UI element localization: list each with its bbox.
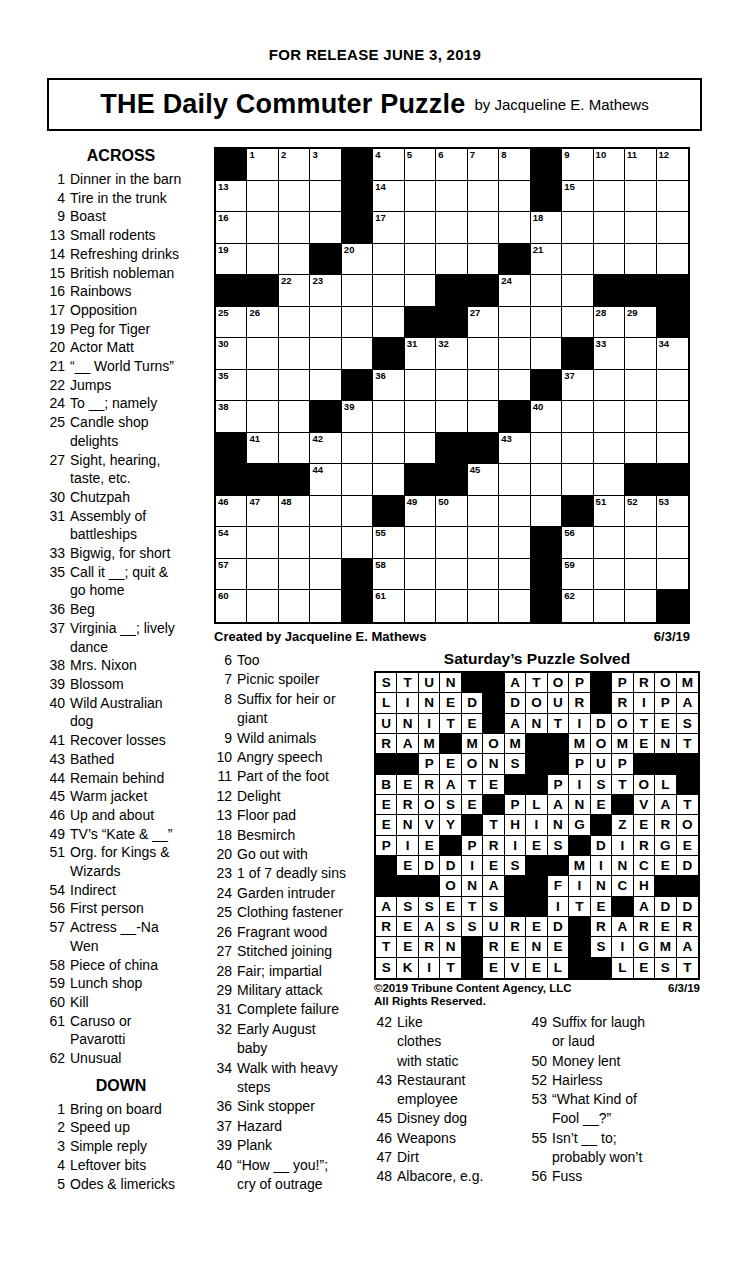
- grid-cell-r15c2[interactable]: [247, 590, 278, 622]
- grid-cell-r8c1[interactable]: 35: [216, 370, 247, 402]
- solved-cell-r10c9: [548, 856, 569, 876]
- clue-50: 50Money lent: [529, 1052, 709, 1071]
- grid-cell-r1c7[interactable]: 5: [405, 149, 436, 181]
- grid-cell-r11c11[interactable]: [531, 464, 562, 496]
- grid-cell-r9c8[interactable]: [436, 401, 467, 433]
- grid-cell-r10c2[interactable]: 41: [247, 433, 278, 465]
- grid-cell-r15c14[interactable]: [625, 590, 656, 622]
- grid-cell-r2c13[interactable]: [594, 181, 625, 213]
- cell-number: 42: [312, 433, 323, 444]
- grid-cell-r4c15[interactable]: [657, 244, 688, 276]
- clue-7: 7Picnic spoiler: [214, 670, 372, 689]
- grid-cell-r12c4[interactable]: [310, 496, 341, 528]
- grid-cell-r6c2[interactable]: 26: [247, 307, 278, 339]
- grid-cell-r1c2[interactable]: 1: [247, 149, 278, 181]
- clue-43: 43Restaurant employee: [374, 1071, 526, 1110]
- grid-cell-r13c13[interactable]: [594, 527, 625, 559]
- grid-cell-r11c4[interactable]: 44: [310, 464, 341, 496]
- grid-cell-r10c15[interactable]: [657, 433, 688, 465]
- grid-cell-r12c7[interactable]: 49: [405, 496, 436, 528]
- grid-cell-r1c9[interactable]: 7: [468, 149, 499, 181]
- clue-9: 9Wild animals: [214, 729, 372, 748]
- cell-number: 44: [312, 464, 323, 475]
- grid-cell-r11c6[interactable]: [373, 464, 404, 496]
- solved-cell-r1c14: O: [655, 673, 676, 693]
- grid-cell-r6c6[interactable]: [373, 307, 404, 339]
- grid-cell-r3c2[interactable]: [247, 212, 278, 244]
- grid-cell-r13c1[interactable]: 54: [216, 527, 247, 559]
- grid-cell-r2c12[interactable]: 15: [562, 181, 593, 213]
- solved-cell-r5c1: [376, 754, 397, 774]
- grid-cell-r10c6[interactable]: [373, 433, 404, 465]
- grid-cell-r15c10[interactable]: [499, 590, 530, 622]
- grid-cell-r5c11[interactable]: [531, 275, 562, 307]
- grid-cell-r5c10[interactable]: 24: [499, 275, 530, 307]
- grid-cell-r7c11[interactable]: [531, 338, 562, 370]
- grid-cell-r15c1[interactable]: 60: [216, 590, 247, 622]
- grid-cell-r13c5[interactable]: [342, 527, 373, 559]
- grid-cell-r9c7[interactable]: [405, 401, 436, 433]
- grid-cell-r12c2[interactable]: 47: [247, 496, 278, 528]
- grid-cell-r11c13[interactable]: [594, 464, 625, 496]
- grid-cell-r14c8[interactable]: [436, 559, 467, 591]
- grid-cell-r4c2[interactable]: [247, 244, 278, 276]
- grid-cell-r15c3[interactable]: [279, 590, 310, 622]
- grid-cell-r10c5[interactable]: [342, 433, 373, 465]
- clue-40: 40“How __ you!”; cry of outrage: [214, 1156, 372, 1195]
- clue-text: Suffix for heir or giant: [237, 690, 336, 729]
- grid-cell-r4c9[interactable]: [468, 244, 499, 276]
- grid-cell-r13c7[interactable]: [405, 527, 436, 559]
- grid-cell-r9c13[interactable]: [594, 401, 625, 433]
- grid-cell-r9c15[interactable]: [657, 401, 688, 433]
- grid-cell-r7c8[interactable]: 32: [436, 338, 467, 370]
- grid-cell-r11c5[interactable]: [342, 464, 373, 496]
- grid-cell-r5c2: [247, 275, 278, 307]
- grid-cell-r7c5[interactable]: [342, 338, 373, 370]
- solved-cell-r6c2: E: [397, 775, 418, 795]
- grid-cell-r14c2[interactable]: [247, 559, 278, 591]
- clue-number: 60: [28, 993, 65, 1012]
- grid-cell-r15c8[interactable]: [436, 590, 467, 622]
- grid-cell-r2c7[interactable]: [405, 181, 436, 213]
- clue-number: 15: [28, 264, 65, 283]
- grid-cell-r5c4[interactable]: 23: [310, 275, 341, 307]
- clue-text: Wild animals: [237, 729, 316, 748]
- grid-cell-r12c11[interactable]: [531, 496, 562, 528]
- solved-cell-r3c12: O: [612, 714, 633, 734]
- grid-cell-r1c12[interactable]: 9: [562, 149, 593, 181]
- grid-cell-r14c9[interactable]: [468, 559, 499, 591]
- clue-text: Jumps: [70, 376, 111, 395]
- grid-cell-r6c9[interactable]: 27: [468, 307, 499, 339]
- cell-number: 62: [564, 590, 575, 601]
- grid-cell-r8c15[interactable]: [657, 370, 688, 402]
- grid-cell-r13c14[interactable]: [625, 527, 656, 559]
- grid-cell-r10c13[interactable]: [594, 433, 625, 465]
- solved-cell-r13c13: R: [634, 917, 655, 937]
- solved-cell-r7c1: E: [376, 795, 397, 815]
- grid-cell-r9c5[interactable]: 39: [342, 401, 373, 433]
- grid-cell-r14c7[interactable]: [405, 559, 436, 591]
- clue-text: TV’s “Kate & __”: [70, 825, 172, 844]
- grid-cell-r10c7[interactable]: [405, 433, 436, 465]
- solved-cell-r15c13: E: [634, 958, 655, 978]
- grid-cell-r9c12[interactable]: [562, 401, 593, 433]
- grid-cell-r12c8[interactable]: 50: [436, 496, 467, 528]
- cell-number: 57: [218, 559, 229, 570]
- grid-cell-r7c7[interactable]: 31: [405, 338, 436, 370]
- grid-cell-r15c6[interactable]: 61: [373, 590, 404, 622]
- clue-number: 17: [28, 301, 65, 320]
- clue-number: 16: [28, 282, 65, 301]
- grid-cell-r10c3[interactable]: [279, 433, 310, 465]
- clue-34: 34Walk with heavy steps: [214, 1059, 372, 1098]
- grid-cell-r11c8: [436, 464, 467, 496]
- clue-22: 22Jumps: [28, 376, 214, 395]
- cell-number: 26: [249, 307, 260, 318]
- grid-cell-r4c7[interactable]: [405, 244, 436, 276]
- grid-cell-r7c9[interactable]: [468, 338, 499, 370]
- grid-cell-r4c6[interactable]: [373, 244, 404, 276]
- grid-cell-r12c9[interactable]: [468, 496, 499, 528]
- grid-cell-r4c14[interactable]: [625, 244, 656, 276]
- grid-cell-r2c1[interactable]: 13: [216, 181, 247, 213]
- clue-17: 17Opposition: [28, 301, 214, 320]
- grid-cell-r3c4[interactable]: [310, 212, 341, 244]
- grid-cell-r6c10[interactable]: [499, 307, 530, 339]
- grid-cell-r1c6[interactable]: 4: [373, 149, 404, 181]
- clue-text: Speed up: [70, 1118, 130, 1137]
- clue-37: 37Virginia __; lively dance: [28, 619, 214, 656]
- clue-33: 33Bigwig, for short: [28, 544, 214, 563]
- grid-cell-r3c1[interactable]: 16: [216, 212, 247, 244]
- grid-cell-r11c10[interactable]: [499, 464, 530, 496]
- grid-cell-r3c6[interactable]: 17: [373, 212, 404, 244]
- grid-cell-r1c15[interactable]: 12: [657, 149, 688, 181]
- grid-cell-r4c11[interactable]: 21: [531, 244, 562, 276]
- grid-cell-r8c14[interactable]: [625, 370, 656, 402]
- solved-cell-r2c6: [483, 693, 504, 713]
- grid-cell-r1c8[interactable]: 6: [436, 149, 467, 181]
- grid-cell-r6c5[interactable]: [342, 307, 373, 339]
- solved-cell-r10c15: D: [677, 856, 698, 876]
- grid-cell-r9c1[interactable]: 38: [216, 401, 247, 433]
- grid-cell-r10c4[interactable]: 42: [310, 433, 341, 465]
- cell-number: 16: [218, 212, 229, 223]
- solved-cell-r5c11: U: [591, 754, 612, 774]
- grid-cell-r14c10[interactable]: [499, 559, 530, 591]
- grid-cell-r6c12[interactable]: [562, 307, 593, 339]
- grid-cell-r8c8[interactable]: [436, 370, 467, 402]
- solved-cell-r1c8: T: [526, 673, 547, 693]
- grid-cell-r3c12[interactable]: [562, 212, 593, 244]
- grid-cell-r2c5: [342, 181, 373, 213]
- grid-cell-r13c15[interactable]: [657, 527, 688, 559]
- solved-cell-r7c3: O: [419, 795, 440, 815]
- clue-text: British nobleman: [70, 264, 174, 283]
- grid-cell-r2c10[interactable]: [499, 181, 530, 213]
- solved-cell-r7c8: L: [526, 795, 547, 815]
- cell-number: 50: [438, 496, 449, 507]
- grid-cell-r8c7[interactable]: [405, 370, 436, 402]
- grid-cell-r10c11[interactable]: [531, 433, 562, 465]
- grid-cell-r2c9[interactable]: [468, 181, 499, 213]
- clue-48: 48Albacore, e.g.: [374, 1167, 526, 1186]
- grid-cell-r8c4[interactable]: [310, 370, 341, 402]
- grid-cell-r9c14[interactable]: [625, 401, 656, 433]
- grid-cell-r3c10[interactable]: [499, 212, 530, 244]
- grid-cell-r12c5[interactable]: [342, 496, 373, 528]
- grid-cell-r7c14[interactable]: [625, 338, 656, 370]
- grid-cell-r14c4[interactable]: [310, 559, 341, 591]
- solved-cell-r11c9: F: [548, 876, 569, 896]
- grid-cell-r8c12[interactable]: 37: [562, 370, 593, 402]
- grid-cell-r4c12[interactable]: [562, 244, 593, 276]
- grid-cell-r5c6[interactable]: [373, 275, 404, 307]
- clue-20: 20Actor Matt: [28, 338, 214, 357]
- solved-cell-r14c12: I: [612, 937, 633, 957]
- solved-cell-r7c11: E: [591, 795, 612, 815]
- grid-cell-r4c8[interactable]: [436, 244, 467, 276]
- clue-number: 29: [214, 981, 232, 1000]
- grid-cell-r3c11[interactable]: 18: [531, 212, 562, 244]
- grid-cell-r6c11[interactable]: [531, 307, 562, 339]
- grid-cell-r8c13[interactable]: [594, 370, 625, 402]
- grid-cell-r1c14[interactable]: 11: [625, 149, 656, 181]
- grid-cell-r5c3[interactable]: 22: [279, 275, 310, 307]
- grid-cell-r12c14[interactable]: 52: [625, 496, 656, 528]
- solved-cell-r5c8: [526, 754, 547, 774]
- grid-cell-r2c14[interactable]: [625, 181, 656, 213]
- grid-cell-r5c1: [216, 275, 247, 307]
- grid-cell-r7c13[interactable]: 33: [594, 338, 625, 370]
- clue-41: 41Recover losses: [28, 731, 214, 750]
- grid-cell-r13c4[interactable]: [310, 527, 341, 559]
- grid-cell-r6c13[interactable]: 28: [594, 307, 625, 339]
- grid-cell-r12c13[interactable]: 51: [594, 496, 625, 528]
- grid-cell-r3c9[interactable]: [468, 212, 499, 244]
- cell-number: 17: [375, 212, 386, 223]
- clue-number: 49: [529, 1013, 547, 1052]
- solved-cell-r10c12: N: [612, 856, 633, 876]
- grid-cell-r14c3[interactable]: [279, 559, 310, 591]
- grid-cell-r2c8[interactable]: [436, 181, 467, 213]
- grid-cell-r13c12[interactable]: 56: [562, 527, 593, 559]
- solved-cell-r8c3: V: [419, 815, 440, 835]
- grid-cell-r14c1[interactable]: 57: [216, 559, 247, 591]
- grid-cell-r1c13[interactable]: 10: [594, 149, 625, 181]
- solved-cell-r10c4: D: [440, 856, 461, 876]
- grid-cell-r8c3[interactable]: [279, 370, 310, 402]
- grid-cell-r7c3[interactable]: [279, 338, 310, 370]
- grid-cell-r3c13[interactable]: [594, 212, 625, 244]
- clue-text: Lunch shop: [70, 974, 142, 993]
- grid-cell-r3c15[interactable]: [657, 212, 688, 244]
- clue-number: 9: [28, 207, 65, 226]
- solved-cell-r13c4: S: [440, 917, 461, 937]
- solved-cell-r15c2: K: [397, 958, 418, 978]
- clue-39: 39Plank: [214, 1136, 372, 1155]
- grid-cell-r15c12[interactable]: 62: [562, 590, 593, 622]
- solved-cell-r4c10: M: [569, 734, 590, 754]
- solved-cell-r9c11: D: [591, 836, 612, 856]
- grid-cell-r14c13[interactable]: [594, 559, 625, 591]
- clue-text: Bring on board: [70, 1100, 162, 1119]
- cell-number: 49: [407, 496, 418, 507]
- grid-cell-r1c3[interactable]: 2: [279, 149, 310, 181]
- grid-cell-r3c5: [342, 212, 373, 244]
- grid-cell-r12c3[interactable]: 48: [279, 496, 310, 528]
- grid-cell-r2c3[interactable]: [279, 181, 310, 213]
- grid-cell-r6c1[interactable]: 25: [216, 307, 247, 339]
- grid-cell-r8c2[interactable]: [247, 370, 278, 402]
- grid-cell-r6c4[interactable]: [310, 307, 341, 339]
- clue-54: 54Indirect: [28, 881, 214, 900]
- grid-cell-r7c10[interactable]: [499, 338, 530, 370]
- clue-40: 40Wild Australian dog: [28, 694, 214, 731]
- clue-number: 36: [214, 1097, 232, 1116]
- solved-cell-r12c13: A: [634, 897, 655, 917]
- clue-text: “What Kind of Fool __?”: [552, 1090, 637, 1129]
- grid-cell-r9c11[interactable]: 40: [531, 401, 562, 433]
- clue-text: Recover losses: [70, 731, 166, 750]
- grid-cell-r4c1[interactable]: 19: [216, 244, 247, 276]
- solved-cell-r10c2: E: [397, 856, 418, 876]
- clue-30: 30Chutzpah: [28, 488, 214, 507]
- grid-cell-r4c3[interactable]: [279, 244, 310, 276]
- grid-cell-r8c10[interactable]: [499, 370, 530, 402]
- grid-cell-r13c10[interactable]: [499, 527, 530, 559]
- grid-cell-r10c14[interactable]: [625, 433, 656, 465]
- clue-text: Fuss: [552, 1167, 582, 1186]
- grid-cell-r9c3[interactable]: [279, 401, 310, 433]
- grid-cell-r13c6[interactable]: 55: [373, 527, 404, 559]
- grid-cell-r15c7[interactable]: [405, 590, 436, 622]
- grid-cell-r4c4: [310, 244, 341, 276]
- cell-number: 30: [218, 338, 229, 349]
- grid-cell-r14c15[interactable]: [657, 559, 688, 591]
- grid-cell-r3c7[interactable]: [405, 212, 436, 244]
- solved-cell-r3c8: N: [526, 714, 547, 734]
- clue-11: 11Part of the foot: [214, 767, 372, 786]
- clue-60: 60Kill: [28, 993, 214, 1012]
- grid-cell-r13c8[interactable]: [436, 527, 467, 559]
- grid-cell-r7c1[interactable]: 30: [216, 338, 247, 370]
- grid-cell-r4c5[interactable]: 20: [342, 244, 373, 276]
- cell-number: 61: [375, 590, 386, 601]
- solved-cell-r3c4: T: [440, 714, 461, 734]
- grid-cell-r10c10[interactable]: 43: [499, 433, 530, 465]
- clue-number: 24: [214, 884, 232, 903]
- grid-cell-r9c9[interactable]: [468, 401, 499, 433]
- cell-number: 41: [249, 433, 260, 444]
- solved-cell-r10c1: [376, 856, 397, 876]
- solved-cell-r7c14: A: [655, 795, 676, 815]
- grid-cell-r12c1[interactable]: 46: [216, 496, 247, 528]
- clue-text: Bathed: [70, 750, 114, 769]
- grid-cell-r8c9[interactable]: [468, 370, 499, 402]
- grid-cell-r2c6[interactable]: 14: [373, 181, 404, 213]
- grid-cell-r5c12[interactable]: [562, 275, 593, 307]
- grid-cell-r13c2[interactable]: [247, 527, 278, 559]
- clue-number: 40: [28, 694, 65, 731]
- grid-cell-r5c5[interactable]: [342, 275, 373, 307]
- grid-cell-r12c15[interactable]: 53: [657, 496, 688, 528]
- grid-cell-r12c12: [562, 496, 593, 528]
- clue-text: Delight: [237, 787, 281, 806]
- clue-text: Caruso or Pavarotti: [70, 1012, 131, 1049]
- clue-text: Dinner in the barn: [70, 170, 181, 189]
- grid-cell-r7c2[interactable]: [247, 338, 278, 370]
- solved-cell-r11c4: O: [440, 876, 461, 896]
- solved-cell-r7c4: S: [440, 795, 461, 815]
- grid-cell-r6c3[interactable]: [279, 307, 310, 339]
- grid-cell-r1c4[interactable]: 3: [310, 149, 341, 181]
- clue-5: 5Odes & limericks: [28, 1175, 214, 1194]
- grid-cell-r14c14[interactable]: [625, 559, 656, 591]
- grid-cell-r3c14[interactable]: [625, 212, 656, 244]
- grid-cell-r4c13[interactable]: [594, 244, 625, 276]
- grid-cell-r6c14[interactable]: 29: [625, 307, 656, 339]
- grid-cell-r7c4[interactable]: [310, 338, 341, 370]
- grid-cell-r13c9[interactable]: [468, 527, 499, 559]
- clue-46: 46Up and about: [28, 806, 214, 825]
- clue-49: 49TV’s “Kate & __”: [28, 825, 214, 844]
- grid-cell-r13c3[interactable]: [279, 527, 310, 559]
- grid-cell-r9c2[interactable]: [247, 401, 278, 433]
- grid-cell-r1c5: [342, 149, 373, 181]
- clue-text: Disney dog: [397, 1109, 467, 1128]
- grid-cell-r5c7[interactable]: [405, 275, 436, 307]
- grid-cell-r7c15[interactable]: 34: [657, 338, 688, 370]
- clue-9: 9Boast: [28, 207, 214, 226]
- solved-cell-r6c8: [526, 775, 547, 795]
- grid-cell-r3c3[interactable]: [279, 212, 310, 244]
- clue-number: 3: [28, 1137, 65, 1156]
- clue-number: 46: [28, 806, 65, 825]
- clue-number: 40: [214, 1156, 232, 1195]
- grid-cell-r2c4[interactable]: [310, 181, 341, 213]
- grid-cell-r1c10[interactable]: 8: [499, 149, 530, 181]
- grid-cell-r2c2[interactable]: [247, 181, 278, 213]
- clue-58: 58Piece of china: [28, 956, 214, 975]
- grid-cell-r10c12[interactable]: [562, 433, 593, 465]
- clue-36: 36Beg: [28, 600, 214, 619]
- solved-cell-r5c14: [655, 754, 676, 774]
- cell-number: 27: [470, 307, 481, 318]
- grid-cell-r12c10[interactable]: [499, 496, 530, 528]
- solved-cell-r1c5: [462, 673, 483, 693]
- grid-cell-r11c12[interactable]: [562, 464, 593, 496]
- grid-cell-r15c13[interactable]: [594, 590, 625, 622]
- grid-cell-r15c9[interactable]: [468, 590, 499, 622]
- cell-number: 59: [564, 559, 575, 570]
- grid-cell-r9c6[interactable]: [373, 401, 404, 433]
- grid-cell-r8c6[interactable]: 36: [373, 370, 404, 402]
- down-clue-list-4: 49Suffix for laugh or laud50Money lent52…: [529, 1013, 709, 1187]
- solved-cell-r6c1: B: [376, 775, 397, 795]
- grid-cell-r14c6[interactable]: 58: [373, 559, 404, 591]
- grid-cell-r14c12[interactable]: 59: [562, 559, 593, 591]
- clue-10: 10Angry speech: [214, 748, 372, 767]
- grid-cell-r11c9[interactable]: 45: [468, 464, 499, 496]
- byline: by Jacqueline E. Mathews: [474, 96, 648, 113]
- grid-cell-r15c4[interactable]: [310, 590, 341, 622]
- grid-cell-r2c15[interactable]: [657, 181, 688, 213]
- grid-cell-r8c5: [342, 370, 373, 402]
- grid-cell-r3c8[interactable]: [436, 212, 467, 244]
